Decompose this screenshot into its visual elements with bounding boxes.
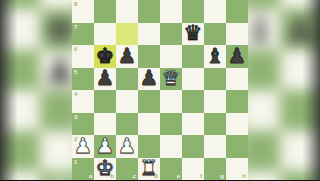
- rank-label-6: 6: [74, 46, 77, 52]
- square-h3: [280, 131, 320, 172]
- black-bishop[interactable]: ♝: [206, 46, 225, 67]
- file-label-e: e: [177, 173, 180, 179]
- file-label-f: f: [200, 173, 202, 179]
- square-d8[interactable]: [138, 0, 160, 23]
- file-label-h: h: [242, 173, 246, 179]
- square-c3[interactable]: [116, 113, 138, 136]
- black-pawn[interactable]: ♟: [228, 46, 247, 67]
- square-d6[interactable]: [138, 45, 160, 68]
- square-h4[interactable]: [226, 90, 248, 113]
- white-queen[interactable]: ♛: [162, 68, 181, 89]
- black-pawn[interactable]: ♟: [96, 68, 115, 89]
- black-pawn[interactable]: ♟: [140, 68, 159, 89]
- square-e6[interactable]: [160, 45, 182, 68]
- square-h8[interactable]: [226, 0, 248, 23]
- white-pawn: ♟: [3, 172, 37, 180]
- square-d2[interactable]: [138, 135, 160, 158]
- square-e4[interactable]: [160, 90, 182, 113]
- square-h6: ♟: [280, 9, 320, 50]
- square-b5[interactable]: ♟: [94, 68, 116, 91]
- square-a6[interactable]: 6: [72, 45, 94, 68]
- square-d3[interactable]: [138, 113, 160, 136]
- chess-board[interactable]: 87♛6♚♟♝♟5♟♟♛432♟♟♟1ab♚cd♜efgh: [72, 0, 248, 180]
- square-a2: ♟: [0, 171, 40, 180]
- square-h4: [280, 90, 320, 131]
- square-e2[interactable]: [160, 135, 182, 158]
- square-g8[interactable]: [204, 0, 226, 23]
- square-e5[interactable]: ♛: [160, 68, 182, 91]
- square-h5[interactable]: [226, 68, 248, 91]
- square-c7[interactable]: [116, 23, 138, 46]
- square-h2: [280, 171, 320, 180]
- square-g6[interactable]: ♝: [204, 45, 226, 68]
- square-f8[interactable]: [182, 0, 204, 23]
- black-king[interactable]: ♚: [96, 46, 115, 67]
- square-d7[interactable]: [138, 23, 160, 46]
- rank-label-4: 4: [74, 91, 77, 97]
- black-pawn[interactable]: ♟: [118, 46, 137, 67]
- black-queen[interactable]: ♛: [184, 23, 203, 44]
- rank-label-5: 5: [74, 69, 77, 75]
- square-c2[interactable]: ♟: [116, 135, 138, 158]
- square-f1[interactable]: f: [182, 158, 204, 181]
- square-e8[interactable]: [160, 0, 182, 23]
- rank-label-8: 8: [74, 1, 77, 7]
- square-h5: [280, 50, 320, 91]
- square-h2[interactable]: [226, 135, 248, 158]
- square-c5[interactable]: [116, 68, 138, 91]
- square-a5: [0, 50, 40, 91]
- square-f4[interactable]: [182, 90, 204, 113]
- square-e3[interactable]: [160, 113, 182, 136]
- white-pawn[interactable]: ♟: [96, 136, 115, 157]
- square-a3: [0, 131, 40, 172]
- square-g5[interactable]: [204, 68, 226, 91]
- file-label-a: a: [89, 173, 92, 179]
- square-g4[interactable]: [204, 90, 226, 113]
- square-a4: [0, 90, 40, 131]
- square-a3[interactable]: 3: [72, 113, 94, 136]
- square-f7[interactable]: ♛: [182, 23, 204, 46]
- square-g2[interactable]: [204, 135, 226, 158]
- white-pawn[interactable]: ♟: [118, 136, 137, 157]
- square-h1[interactable]: h: [226, 158, 248, 181]
- square-b2[interactable]: ♟: [94, 135, 116, 158]
- square-b8[interactable]: [94, 0, 116, 23]
- square-e7[interactable]: [160, 23, 182, 46]
- square-c6[interactable]: ♟: [116, 45, 138, 68]
- rank-label-1: 1: [74, 159, 77, 165]
- square-a6: [0, 9, 40, 50]
- square-g7[interactable]: [204, 23, 226, 46]
- square-a7: [0, 0, 40, 9]
- square-a4[interactable]: 4: [72, 90, 94, 113]
- square-e1[interactable]: e: [160, 158, 182, 181]
- square-a2[interactable]: 2♟: [72, 135, 94, 158]
- file-label-b: b: [110, 173, 114, 179]
- square-g3[interactable]: [204, 113, 226, 136]
- square-b1[interactable]: b♚: [94, 158, 116, 181]
- square-a8[interactable]: 8: [72, 0, 94, 23]
- square-f2[interactable]: [182, 135, 204, 158]
- square-a5[interactable]: 5: [72, 68, 94, 91]
- square-b4[interactable]: [94, 90, 116, 113]
- square-d4[interactable]: [138, 90, 160, 113]
- chess-video-frame: ♛♚♟♝♟♟♟♛♟♟♟♚♜ 87♛6♚♟♝♟5♟♟♛432♟♟♟1ab♚cd♜e…: [0, 0, 320, 180]
- file-label-c: c: [133, 173, 136, 179]
- rank-label-7: 7: [74, 24, 77, 30]
- square-c1[interactable]: c: [116, 158, 138, 181]
- square-h3[interactable]: [226, 113, 248, 136]
- square-c8[interactable]: [116, 0, 138, 23]
- black-bishop: ♝: [243, 10, 277, 48]
- square-b3[interactable]: [94, 113, 116, 136]
- square-f3[interactable]: [182, 113, 204, 136]
- square-a1[interactable]: 1a: [72, 158, 94, 181]
- square-d5[interactable]: ♟: [138, 68, 160, 91]
- rank-label-3: 3: [74, 114, 77, 120]
- square-h7[interactable]: [226, 23, 248, 46]
- square-g1[interactable]: g: [204, 158, 226, 181]
- file-label-g: g: [220, 173, 224, 179]
- square-d1[interactable]: d♜: [138, 158, 160, 181]
- square-b7[interactable]: [94, 23, 116, 46]
- square-c4[interactable]: [116, 90, 138, 113]
- black-pawn: ♟: [283, 10, 317, 48]
- square-b6[interactable]: ♚: [94, 45, 116, 68]
- square-h6[interactable]: ♟: [226, 45, 248, 68]
- square-f6[interactable]: [182, 45, 204, 68]
- file-label-d: d: [154, 173, 158, 179]
- rank-label-2: 2: [74, 136, 77, 142]
- square-a7[interactable]: 7: [72, 23, 94, 46]
- square-f5[interactable]: [182, 68, 204, 91]
